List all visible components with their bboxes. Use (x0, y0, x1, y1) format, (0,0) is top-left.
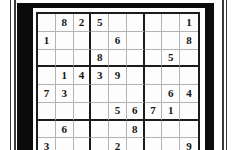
sudoku-cell-r6c3[interactable] (74, 103, 92, 121)
sudoku-cell-r2c6[interactable] (127, 32, 145, 50)
sudoku-cell-r5c7[interactable] (145, 85, 163, 103)
sudoku-cell-r3c7[interactable] (145, 50, 163, 68)
sudoku-cell-r4c1[interactable] (38, 67, 56, 85)
sudoku-cell-r1c9[interactable]: 1 (180, 14, 198, 32)
sudoku-grid: 82511688514397364567168329 (36, 12, 200, 150)
sudoku-cell-r5c9[interactable]: 4 (180, 85, 198, 103)
sudoku-cell-r1c5[interactable] (109, 14, 127, 32)
sudoku-cell-r6c7[interactable]: 7 (145, 103, 163, 121)
sudoku-cell-r8c2[interactable] (56, 138, 74, 150)
sudoku-cell-r3c4[interactable]: 8 (91, 50, 109, 68)
sudoku-cell-r8c7[interactable] (145, 138, 163, 150)
sudoku-cell-r6c6[interactable]: 6 (127, 103, 145, 121)
sudoku-cell-r4c8[interactable] (162, 67, 180, 85)
sudoku-cell-r6c1[interactable] (38, 103, 56, 121)
page-edge-line-right-outer (226, 0, 227, 150)
sudoku-cell-r1c1[interactable] (38, 14, 56, 32)
sudoku-cell-r3c6[interactable] (127, 50, 145, 68)
sudoku-cell-r4c9[interactable] (180, 67, 198, 85)
sudoku-cell-r1c7[interactable] (145, 14, 163, 32)
sudoku-cell-r3c9[interactable] (180, 50, 198, 68)
sudoku-cell-r6c9[interactable] (180, 103, 198, 121)
sudoku-cell-r5c4[interactable] (91, 85, 109, 103)
sudoku-cell-r4c2[interactable]: 1 (56, 67, 74, 85)
sudoku-cell-r4c3[interactable]: 4 (74, 67, 92, 85)
sudoku-cell-r7c4[interactable] (91, 121, 109, 139)
sudoku-cell-r4c4[interactable]: 3 (91, 67, 109, 85)
sudoku-cell-r5c6[interactable] (127, 85, 145, 103)
sudoku-cell-r1c3[interactable]: 2 (74, 14, 92, 32)
sudoku-cell-r7c6[interactable]: 8 (127, 121, 145, 139)
sudoku-cell-r6c4[interactable] (91, 103, 109, 121)
page-edge-line-left-inner (14, 0, 16, 150)
sudoku-cell-r7c3[interactable] (74, 121, 92, 139)
sudoku-cell-r1c6[interactable] (127, 14, 145, 32)
page-edge-line-right-inner (222, 0, 224, 150)
sudoku-cell-r4c6[interactable] (127, 67, 145, 85)
sudoku-cell-r3c2[interactable] (56, 50, 74, 68)
page-edge-line-left-outer (10, 0, 11, 150)
sudoku-cell-r8c5[interactable]: 2 (109, 138, 127, 150)
sudoku-cell-r2c3[interactable] (74, 32, 92, 50)
sudoku-cell-r1c8[interactable] (162, 14, 180, 32)
sudoku-cell-r1c2[interactable]: 8 (56, 14, 74, 32)
sudoku-cell-r4c5[interactable]: 9 (109, 67, 127, 85)
sudoku-cell-r8c9[interactable]: 9 (180, 138, 198, 150)
sudoku-cell-r5c1[interactable]: 7 (38, 85, 56, 103)
sudoku-cell-r7c5[interactable] (109, 121, 127, 139)
sudoku-cell-r8c8[interactable] (162, 138, 180, 150)
sudoku-cell-r8c1[interactable]: 3 (38, 138, 56, 150)
page: 82511688514397364567168329 (0, 0, 235, 150)
sudoku-cell-r5c8[interactable]: 6 (162, 85, 180, 103)
sudoku-cell-r2c9[interactable]: 8 (180, 32, 198, 50)
sudoku-cell-r7c7[interactable] (145, 121, 163, 139)
sudoku-cell-r7c8[interactable] (162, 121, 180, 139)
sudoku-cell-r7c1[interactable] (38, 121, 56, 139)
sudoku-cell-r1c4[interactable]: 5 (91, 14, 109, 32)
sudoku-cell-r2c8[interactable] (162, 32, 180, 50)
sudoku-cell-r7c2[interactable]: 6 (56, 121, 74, 139)
sudoku-cell-r4c7[interactable] (145, 67, 163, 85)
sudoku-cell-r6c8[interactable]: 1 (162, 103, 180, 121)
sudoku-cell-r2c5[interactable]: 6 (109, 32, 127, 50)
sudoku-cell-r3c3[interactable] (74, 50, 92, 68)
sudoku-cell-r6c2[interactable] (56, 103, 74, 121)
sudoku-cell-r8c4[interactable] (91, 138, 109, 150)
sudoku-cell-r2c7[interactable] (145, 32, 163, 50)
sudoku-cell-r2c2[interactable] (56, 32, 74, 50)
sudoku-cell-r3c1[interactable] (38, 50, 56, 68)
sudoku-cell-r8c6[interactable] (127, 138, 145, 150)
sudoku-cell-r3c8[interactable]: 5 (162, 50, 180, 68)
sudoku-cell-r6c5[interactable]: 5 (109, 103, 127, 121)
sudoku-cell-r5c3[interactable] (74, 85, 92, 103)
sudoku-cell-r7c9[interactable] (180, 121, 198, 139)
sudoku-cell-r8c3[interactable] (74, 138, 92, 150)
sudoku-cell-r3c5[interactable] (109, 50, 127, 68)
sudoku-cell-r5c5[interactable] (109, 85, 127, 103)
sudoku-cell-r2c1[interactable]: 1 (38, 32, 56, 50)
sudoku-cell-r2c4[interactable] (91, 32, 109, 50)
sudoku-cell-r5c2[interactable]: 3 (56, 85, 74, 103)
